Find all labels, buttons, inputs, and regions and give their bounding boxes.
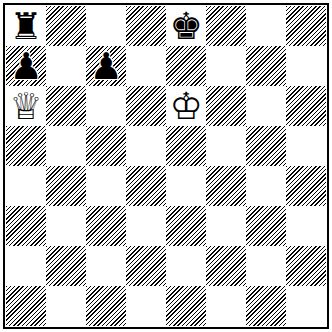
- square-d6[interactable]: [126, 86, 166, 126]
- square-d3[interactable]: [126, 206, 166, 246]
- square-b1[interactable]: [46, 286, 86, 326]
- square-b7[interactable]: [46, 46, 86, 86]
- square-g8[interactable]: [246, 6, 286, 46]
- square-a6[interactable]: ♕: [6, 86, 46, 126]
- square-h6[interactable]: [286, 86, 326, 126]
- square-b5[interactable]: [46, 126, 86, 166]
- square-h1[interactable]: [286, 286, 326, 326]
- square-g1[interactable]: [246, 286, 286, 326]
- square-d1[interactable]: [126, 286, 166, 326]
- square-d5[interactable]: [126, 126, 166, 166]
- square-g6[interactable]: [246, 86, 286, 126]
- square-d7[interactable]: [126, 46, 166, 86]
- square-a3[interactable]: [6, 206, 46, 246]
- square-a7[interactable]: ♟: [6, 46, 46, 86]
- square-f5[interactable]: [206, 126, 246, 166]
- square-e3[interactable]: [166, 206, 206, 246]
- square-h8[interactable]: [286, 6, 326, 46]
- square-d4[interactable]: [126, 166, 166, 206]
- square-g5[interactable]: [246, 126, 286, 166]
- square-h5[interactable]: [286, 126, 326, 166]
- square-a2[interactable]: [6, 246, 46, 286]
- square-b3[interactable]: [46, 206, 86, 246]
- square-e1[interactable]: [166, 286, 206, 326]
- square-a8[interactable]: ♜: [6, 6, 46, 46]
- square-g3[interactable]: [246, 206, 286, 246]
- square-c3[interactable]: [86, 206, 126, 246]
- square-f1[interactable]: [206, 286, 246, 326]
- square-c8[interactable]: [86, 6, 126, 46]
- square-f7[interactable]: [206, 46, 246, 86]
- square-b4[interactable]: [46, 166, 86, 206]
- square-c5[interactable]: [86, 126, 126, 166]
- square-b2[interactable]: [46, 246, 86, 286]
- square-d2[interactable]: [126, 246, 166, 286]
- square-e8[interactable]: ♚: [166, 6, 206, 46]
- square-h7[interactable]: [286, 46, 326, 86]
- square-g7[interactable]: [246, 46, 286, 86]
- square-e2[interactable]: [166, 246, 206, 286]
- square-e7[interactable]: [166, 46, 206, 86]
- black-rook: ♜: [9, 8, 42, 45]
- square-g4[interactable]: [246, 166, 286, 206]
- square-g2[interactable]: [246, 246, 286, 286]
- square-f8[interactable]: [206, 6, 246, 46]
- black-pawn: ♟: [89, 48, 122, 85]
- square-b6[interactable]: [46, 86, 86, 126]
- black-king: ♚: [169, 8, 202, 45]
- square-d8[interactable]: [126, 6, 166, 46]
- square-c1[interactable]: [86, 286, 126, 326]
- square-e4[interactable]: [166, 166, 206, 206]
- square-f3[interactable]: [206, 206, 246, 246]
- square-c6[interactable]: [86, 86, 126, 126]
- chess-board: ♜♚♟♟♕♔: [6, 6, 326, 326]
- square-e5[interactable]: [166, 126, 206, 166]
- square-f2[interactable]: [206, 246, 246, 286]
- square-e6[interactable]: ♔: [166, 86, 206, 126]
- square-f6[interactable]: [206, 86, 246, 126]
- black-pawn: ♟: [9, 48, 42, 85]
- square-a1[interactable]: [6, 286, 46, 326]
- square-a4[interactable]: [6, 166, 46, 206]
- square-c2[interactable]: [86, 246, 126, 286]
- square-h3[interactable]: [286, 206, 326, 246]
- square-c4[interactable]: [86, 166, 126, 206]
- square-a5[interactable]: [6, 126, 46, 166]
- square-b8[interactable]: [46, 6, 86, 46]
- square-c7[interactable]: ♟: [86, 46, 126, 86]
- white-king: ♔: [169, 88, 202, 125]
- white-queen: ♕: [9, 88, 42, 125]
- square-h2[interactable]: [286, 246, 326, 286]
- square-f4[interactable]: [206, 166, 246, 206]
- board-frame: ♜♚♟♟♕♔: [3, 3, 329, 329]
- square-h4[interactable]: [286, 166, 326, 206]
